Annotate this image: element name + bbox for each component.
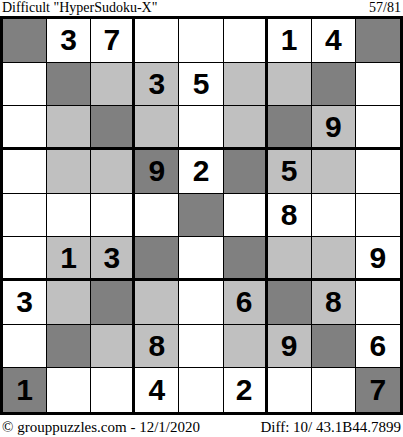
cell-r7c7[interactable] (268, 281, 312, 325)
copyright-text: © grouppuzzles.com - 12/1/2020 (2, 419, 200, 435)
cell-r5c8[interactable] (312, 194, 356, 238)
cell-r2c7[interactable] (268, 63, 312, 107)
cell-r5c2[interactable] (47, 194, 91, 238)
cell-r8c4[interactable]: 8 (135, 325, 179, 369)
cell-r4c5[interactable]: 2 (179, 150, 223, 194)
cell-r3c8[interactable]: 9 (312, 106, 356, 150)
cell-r3c6[interactable] (224, 106, 268, 150)
cell-r9c9[interactable]: 7 (356, 368, 400, 412)
cell-r5c4[interactable] (135, 194, 179, 238)
cell-r8c9[interactable]: 6 (356, 325, 400, 369)
cell-r4c9[interactable] (356, 150, 400, 194)
cell-r3c9[interactable] (356, 106, 400, 150)
cell-r3c2[interactable] (47, 106, 91, 150)
cell-r3c1[interactable] (3, 106, 47, 150)
cell-r5c7[interactable]: 8 (268, 194, 312, 238)
cell-r4c7[interactable]: 5 (268, 150, 312, 194)
cell-r2c8[interactable] (312, 63, 356, 107)
cell-r7c6[interactable]: 6 (224, 281, 268, 325)
cell-r3c5[interactable] (179, 106, 223, 150)
cell-r9c2[interactable] (47, 368, 91, 412)
cell-r4c8[interactable] (312, 150, 356, 194)
cell-r4c1[interactable] (3, 150, 47, 194)
cell-r6c7[interactable] (268, 237, 312, 281)
cell-r5c6[interactable] (224, 194, 268, 238)
cell-r6c5[interactable] (179, 237, 223, 281)
cell-r2c5[interactable]: 5 (179, 63, 223, 107)
cell-r7c4[interactable] (135, 281, 179, 325)
cell-r1c1[interactable] (3, 19, 47, 63)
difficulty-text: Diff: 10/ 43.1B44.7899 (260, 419, 401, 435)
cell-r1c4[interactable] (135, 19, 179, 63)
cell-r1c8[interactable]: 4 (312, 19, 356, 63)
cell-r5c3[interactable] (91, 194, 135, 238)
cell-r3c7[interactable] (268, 106, 312, 150)
cell-r4c2[interactable] (47, 150, 91, 194)
cell-r9c4[interactable]: 4 (135, 368, 179, 412)
cell-r6c9[interactable]: 9 (356, 237, 400, 281)
cell-r6c4[interactable] (135, 237, 179, 281)
cell-r1c3[interactable]: 7 (91, 19, 135, 63)
cell-r4c4[interactable]: 9 (135, 150, 179, 194)
cell-r3c4[interactable] (135, 106, 179, 150)
cell-r1c9[interactable] (356, 19, 400, 63)
cell-r2c4[interactable]: 3 (135, 63, 179, 107)
cell-r4c6[interactable] (224, 150, 268, 194)
progress-counter: 57/81 (369, 1, 401, 15)
cell-r4c3[interactable] (91, 150, 135, 194)
cell-r2c6[interactable] (224, 63, 268, 107)
cell-r2c2[interactable] (47, 63, 91, 107)
cell-r8c6[interactable] (224, 325, 268, 369)
cell-r7c8[interactable]: 8 (312, 281, 356, 325)
cell-r6c1[interactable] (3, 237, 47, 281)
puzzle-page: Difficult "HyperSudoku-X" 57/81 37143599… (0, 0, 403, 437)
cell-r6c2[interactable]: 1 (47, 237, 91, 281)
header: Difficult "HyperSudoku-X" 57/81 (0, 0, 403, 16)
puzzle-title: Difficult "HyperSudoku-X" (2, 1, 157, 15)
cell-r1c6[interactable] (224, 19, 268, 63)
cell-r1c7[interactable]: 1 (268, 19, 312, 63)
cell-r5c1[interactable] (3, 194, 47, 238)
cell-r2c3[interactable] (91, 63, 135, 107)
cell-r8c5[interactable] (179, 325, 223, 369)
cell-r7c9[interactable] (356, 281, 400, 325)
cell-r5c9[interactable] (356, 194, 400, 238)
cell-r9c3[interactable] (91, 368, 135, 412)
cell-r9c1[interactable]: 1 (3, 368, 47, 412)
cell-r7c5[interactable] (179, 281, 223, 325)
footer: © grouppuzzles.com - 12/1/2020 Diff: 10/… (0, 415, 403, 437)
cell-r2c9[interactable] (356, 63, 400, 107)
cell-r6c6[interactable] (224, 237, 268, 281)
cell-r1c2[interactable]: 3 (47, 19, 91, 63)
cell-r8c1[interactable] (3, 325, 47, 369)
cell-r1c5[interactable] (179, 19, 223, 63)
cell-r2c1[interactable] (3, 63, 47, 107)
sudoku-board: 371435992581393688961427 (0, 16, 403, 415)
cell-r8c7[interactable]: 9 (268, 325, 312, 369)
cell-r3c3[interactable] (91, 106, 135, 150)
cell-r9c8[interactable] (312, 368, 356, 412)
cell-r8c3[interactable] (91, 325, 135, 369)
cell-r7c2[interactable] (47, 281, 91, 325)
cell-r7c3[interactable] (91, 281, 135, 325)
cell-r9c5[interactable] (179, 368, 223, 412)
cell-r8c8[interactable] (312, 325, 356, 369)
cell-r9c7[interactable] (268, 368, 312, 412)
cell-r8c2[interactable] (47, 325, 91, 369)
cell-r5c5[interactable] (179, 194, 223, 238)
cell-r9c6[interactable]: 2 (224, 368, 268, 412)
cell-r6c3[interactable]: 3 (91, 237, 135, 281)
cell-r7c1[interactable]: 3 (3, 281, 47, 325)
cell-r6c8[interactable] (312, 237, 356, 281)
